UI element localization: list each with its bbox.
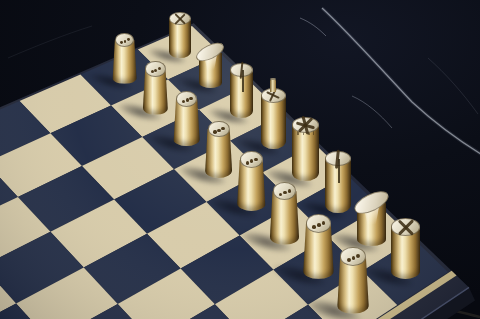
marble-vein <box>352 96 392 128</box>
white-pawn-g2[interactable] <box>143 61 168 114</box>
pawn-dot <box>279 193 283 197</box>
pawn-dot <box>221 127 224 130</box>
pawn-dot <box>288 189 292 193</box>
pawn-dot <box>127 38 130 41</box>
white-pawn-e2[interactable] <box>205 121 233 179</box>
white-knight-b1[interactable] <box>357 184 385 246</box>
white-pawn-a2[interactable] <box>337 247 369 314</box>
pawn-top <box>176 91 197 107</box>
pawn-top <box>240 151 263 168</box>
pawn-top <box>340 247 366 266</box>
rook-top <box>391 218 420 236</box>
white-king-e1[interactable] <box>261 88 286 150</box>
white-bishop-c1[interactable] <box>325 151 351 213</box>
pawn-dot <box>352 256 356 260</box>
pawn-dot <box>254 158 257 161</box>
pawn-dot <box>283 191 287 195</box>
pawn-top <box>208 121 230 138</box>
white-pawn-f2[interactable] <box>173 91 200 146</box>
marble-vein <box>8 26 92 58</box>
pawn-dot <box>250 159 253 162</box>
pawn-dot <box>217 129 220 132</box>
pawn-dot <box>124 40 127 43</box>
pawn-dot <box>356 254 360 258</box>
pawn-dot <box>246 161 249 164</box>
pawn-dot <box>317 223 321 227</box>
white-pawn-h2[interactable] <box>112 33 136 84</box>
pawn-dot <box>322 221 326 225</box>
pawn-dot <box>312 225 316 229</box>
chess-product-photo <box>0 0 480 319</box>
pawn-dot <box>151 70 154 73</box>
bishop-slot-line <box>338 159 340 184</box>
king-post-cap <box>270 78 277 80</box>
bishop-slot-line <box>242 70 244 92</box>
white-rook-a1[interactable] <box>391 218 420 279</box>
queen-body <box>292 125 319 181</box>
pawn-dot <box>154 69 157 72</box>
white-pawn-b2[interactable] <box>303 214 334 279</box>
white-knight-g1[interactable] <box>199 38 222 88</box>
pawn-dot <box>158 67 161 70</box>
white-bishop-f1[interactable] <box>230 63 253 118</box>
white-pawn-d2[interactable] <box>237 151 266 211</box>
pawn-dot <box>120 41 123 44</box>
marble-vein <box>300 18 326 36</box>
pawn-dot <box>182 100 185 103</box>
pawn-dot <box>189 97 192 100</box>
pawn-dot <box>347 258 351 262</box>
white-rook-h1[interactable] <box>169 12 191 58</box>
pawn-top <box>145 61 165 76</box>
king-body <box>261 95 286 149</box>
marble-vein <box>428 58 478 114</box>
white-pawn-c2[interactable] <box>270 182 300 244</box>
pawn-top <box>306 214 331 233</box>
king-post-finial <box>270 79 277 93</box>
pawn-dot <box>213 130 216 133</box>
white-queen-d1[interactable] <box>292 117 319 181</box>
pawn-dot <box>186 98 189 101</box>
